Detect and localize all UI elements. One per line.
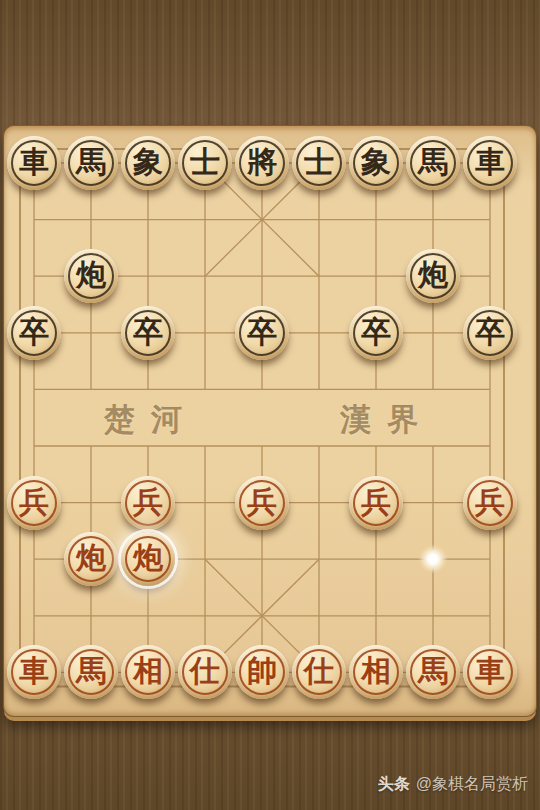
piece-black-soldier[interactable]: 卒 <box>121 306 175 360</box>
piece-black-soldier[interactable]: 卒 <box>7 306 61 360</box>
piece-glyph: 兵 <box>19 487 49 517</box>
piece-red-elephant[interactable]: 相 <box>121 645 175 699</box>
watermark-brand: 头条 <box>378 775 410 792</box>
piece-black-advisor[interactable]: 士 <box>292 136 346 190</box>
piece-black-soldier[interactable]: 卒 <box>463 306 517 360</box>
piece-red-general[interactable]: 帥 <box>235 645 289 699</box>
piece-glyph: 馬 <box>76 147 106 177</box>
piece-glyph: 兵 <box>475 487 505 517</box>
watermark: 头条@象棋名局赏析 <box>378 774 528 794</box>
piece-glyph: 士 <box>190 147 220 177</box>
piece-glyph: 車 <box>475 147 505 177</box>
piece-glyph: 炮 <box>133 543 163 573</box>
piece-black-chariot[interactable]: 車 <box>7 136 61 190</box>
piece-red-soldier[interactable]: 兵 <box>121 476 175 530</box>
piece-glyph: 象 <box>133 147 163 177</box>
xiangqi-board[interactable]: 楚河 漢界 車馬象士將士象馬車炮炮卒卒卒卒卒兵兵兵兵兵炮炮車馬相仕帥仕相馬車 <box>4 126 536 716</box>
piece-glyph: 兵 <box>361 487 391 517</box>
piece-black-soldier[interactable]: 卒 <box>349 306 403 360</box>
piece-glyph: 卒 <box>361 317 391 347</box>
piece-glyph: 車 <box>475 656 505 686</box>
piece-black-general[interactable]: 將 <box>235 136 289 190</box>
watermark-handle: @象棋名局赏析 <box>416 775 528 792</box>
piece-glyph: 卒 <box>247 317 277 347</box>
piece-glyph: 士 <box>304 147 334 177</box>
piece-glyph: 卒 <box>133 317 163 347</box>
piece-glyph: 馬 <box>418 656 448 686</box>
piece-grid[interactable]: 車馬象士將士象馬車炮炮卒卒卒卒卒兵兵兵兵兵炮炮車馬相仕帥仕相馬車 <box>6 135 519 701</box>
piece-glyph: 馬 <box>418 147 448 177</box>
piece-glyph: 兵 <box>247 487 277 517</box>
piece-glyph: 兵 <box>133 487 163 517</box>
piece-red-soldier[interactable]: 兵 <box>349 476 403 530</box>
piece-glyph: 仕 <box>190 656 220 686</box>
piece-black-elephant[interactable]: 象 <box>349 136 403 190</box>
piece-red-soldier[interactable]: 兵 <box>7 476 61 530</box>
last-move-origin-marker <box>419 545 447 573</box>
piece-glyph: 炮 <box>418 260 448 290</box>
piece-glyph: 卒 <box>19 317 49 347</box>
piece-glyph: 仕 <box>304 656 334 686</box>
piece-red-advisor[interactable]: 仕 <box>292 645 346 699</box>
piece-black-elephant[interactable]: 象 <box>121 136 175 190</box>
piece-black-advisor[interactable]: 士 <box>178 136 232 190</box>
piece-glyph: 炮 <box>76 543 106 573</box>
piece-red-advisor[interactable]: 仕 <box>178 645 232 699</box>
piece-glyph: 炮 <box>76 260 106 290</box>
piece-glyph: 相 <box>133 656 163 686</box>
piece-glyph: 馬 <box>76 656 106 686</box>
piece-red-horse[interactable]: 馬 <box>406 645 460 699</box>
piece-red-soldier[interactable]: 兵 <box>235 476 289 530</box>
piece-red-cannon[interactable]: 炮 <box>64 532 118 586</box>
piece-glyph: 卒 <box>475 317 505 347</box>
piece-red-chariot[interactable]: 車 <box>463 645 517 699</box>
piece-red-cannon[interactable]: 炮 <box>121 532 175 586</box>
piece-glyph: 相 <box>361 656 391 686</box>
piece-black-soldier[interactable]: 卒 <box>235 306 289 360</box>
piece-red-soldier[interactable]: 兵 <box>463 476 517 530</box>
piece-black-horse[interactable]: 馬 <box>64 136 118 190</box>
piece-red-horse[interactable]: 馬 <box>64 645 118 699</box>
piece-black-horse[interactable]: 馬 <box>406 136 460 190</box>
piece-glyph: 將 <box>247 147 277 177</box>
piece-black-cannon[interactable]: 炮 <box>64 249 118 303</box>
piece-black-chariot[interactable]: 車 <box>463 136 517 190</box>
piece-glyph: 車 <box>19 147 49 177</box>
piece-red-chariot[interactable]: 車 <box>7 645 61 699</box>
piece-glyph: 帥 <box>247 656 277 686</box>
piece-black-cannon[interactable]: 炮 <box>406 249 460 303</box>
piece-glyph: 象 <box>361 147 391 177</box>
piece-red-elephant[interactable]: 相 <box>349 645 403 699</box>
piece-glyph: 車 <box>19 656 49 686</box>
